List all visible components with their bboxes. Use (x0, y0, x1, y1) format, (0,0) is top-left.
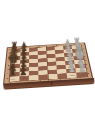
chess-board: ♜♞♝♛♚♝♞♜♟♟♟♟♟♟♟♟♟♟♟♟♟♟♟♟♜♞♝♛♚♝♞♜ (2, 17, 91, 106)
square-h4 (48, 74, 58, 79)
square-h3 (57, 73, 67, 78)
chess-set-product-photo: ♜♞♝♛♚♝♞♜♟♟♟♟♟♟♟♟♟♟♟♟♟♟♟♟♜♞♝♛♚♝♞♜ (0, 0, 95, 126)
square-h6 (29, 75, 39, 80)
